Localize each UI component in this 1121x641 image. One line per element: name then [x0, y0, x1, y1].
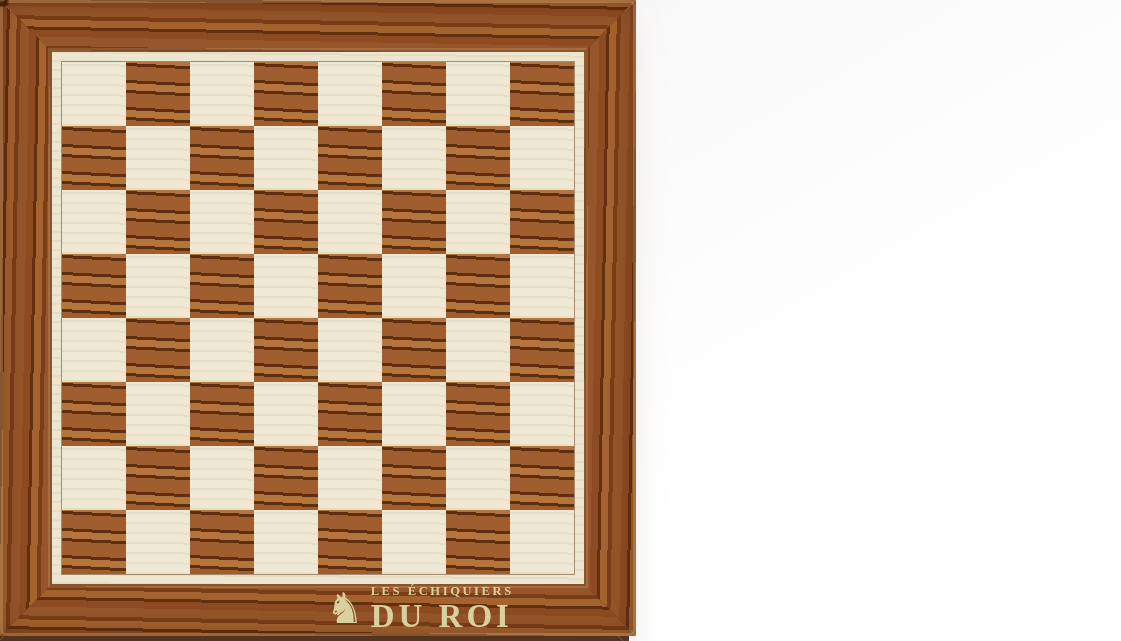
- square-c2[interactable]: [190, 446, 254, 510]
- square-h3[interactable]: [510, 382, 574, 446]
- square-g4[interactable]: [446, 318, 510, 382]
- square-c7[interactable]: [190, 126, 254, 190]
- brand-line-1: LES ÉCHIQUIERS: [371, 585, 514, 598]
- square-d5[interactable]: [254, 254, 318, 318]
- square-h8[interactable]: [510, 62, 574, 126]
- board-grid: [62, 62, 574, 574]
- square-e4[interactable]: [318, 318, 382, 382]
- brand-logo: ♞ LES ÉCHIQUIERS DU ROI: [326, 584, 514, 634]
- square-e6[interactable]: [318, 190, 382, 254]
- square-b7[interactable]: [126, 126, 190, 190]
- square-g8[interactable]: [446, 62, 510, 126]
- square-d3[interactable]: [254, 382, 318, 446]
- square-e2[interactable]: [318, 446, 382, 510]
- square-g7[interactable]: [446, 126, 510, 190]
- square-e7[interactable]: [318, 126, 382, 190]
- square-f1[interactable]: [382, 510, 446, 574]
- square-a1[interactable]: [62, 510, 126, 574]
- square-c3[interactable]: [190, 382, 254, 446]
- square-g1[interactable]: [446, 510, 510, 574]
- square-f2[interactable]: [382, 446, 446, 510]
- square-g6[interactable]: [446, 190, 510, 254]
- brand-line-2: DU ROI: [371, 600, 514, 633]
- square-b1[interactable]: [126, 510, 190, 574]
- square-d7[interactable]: [254, 126, 318, 190]
- square-f3[interactable]: [382, 382, 446, 446]
- square-h7[interactable]: [510, 126, 574, 190]
- square-c4[interactable]: [190, 318, 254, 382]
- square-d1[interactable]: [254, 510, 318, 574]
- square-b4[interactable]: [126, 318, 190, 382]
- square-c8[interactable]: [190, 62, 254, 126]
- square-c5[interactable]: [190, 254, 254, 318]
- square-d6[interactable]: [254, 190, 318, 254]
- square-b3[interactable]: [126, 382, 190, 446]
- square-d4[interactable]: [254, 318, 318, 382]
- square-g3[interactable]: [446, 382, 510, 446]
- piece-white-rook-h1[interactable]: ♜: [0, 0, 6, 3]
- square-a2[interactable]: [62, 446, 126, 510]
- square-d8[interactable]: [254, 62, 318, 126]
- square-c6[interactable]: [190, 190, 254, 254]
- square-b6[interactable]: [126, 190, 190, 254]
- square-e1[interactable]: [318, 510, 382, 574]
- square-f4[interactable]: [382, 318, 446, 382]
- product-photo-backdrop: ♞ LES ÉCHIQUIERS DU ROI ♜♞♝♛♚♝♞♜♟♟♟♟♟♟♟♟…: [0, 0, 1121, 641]
- square-b2[interactable]: [126, 446, 190, 510]
- square-g5[interactable]: [446, 254, 510, 318]
- square-b5[interactable]: [126, 254, 190, 318]
- square-a8[interactable]: [62, 62, 126, 126]
- square-f8[interactable]: [382, 62, 446, 126]
- square-a6[interactable]: [62, 190, 126, 254]
- square-h5[interactable]: [510, 254, 574, 318]
- square-e5[interactable]: [318, 254, 382, 318]
- square-a4[interactable]: [62, 318, 126, 382]
- square-h1[interactable]: [510, 510, 574, 574]
- square-a7[interactable]: [62, 126, 126, 190]
- square-c1[interactable]: [190, 510, 254, 574]
- square-a3[interactable]: [62, 382, 126, 446]
- square-f6[interactable]: [382, 190, 446, 254]
- square-f7[interactable]: [382, 126, 446, 190]
- square-f5[interactable]: [382, 254, 446, 318]
- square-b8[interactable]: [126, 62, 190, 126]
- square-d2[interactable]: [254, 446, 318, 510]
- square-h6[interactable]: [510, 190, 574, 254]
- square-a5[interactable]: [62, 254, 126, 318]
- square-h2[interactable]: [510, 446, 574, 510]
- chess-board: ♞ LES ÉCHIQUIERS DU ROI: [0, 0, 636, 636]
- square-e8[interactable]: [318, 62, 382, 126]
- square-g2[interactable]: [446, 446, 510, 510]
- square-e3[interactable]: [318, 382, 382, 446]
- knight-rider-logo-icon: ♞: [326, 590, 364, 628]
- square-h4[interactable]: [510, 318, 574, 382]
